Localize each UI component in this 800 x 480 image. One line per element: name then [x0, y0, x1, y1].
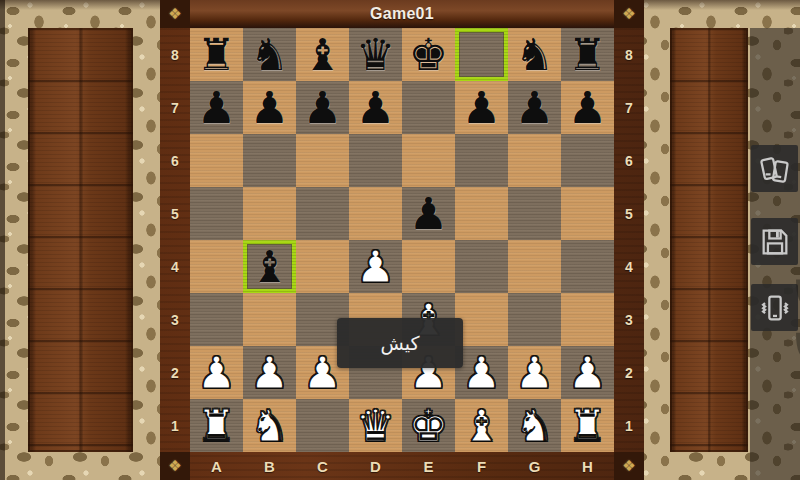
square-a1[interactable]: ♜	[190, 399, 243, 452]
piece-black-pawn-f7: ♟	[455, 81, 508, 134]
rank-label-right-4: 4	[614, 240, 644, 293]
square-c8[interactable]: ♝	[296, 28, 349, 81]
square-c5[interactable]	[296, 187, 349, 240]
square-b6[interactable]	[243, 134, 296, 187]
file-label-C: C	[296, 452, 349, 480]
square-b3[interactable]	[243, 293, 296, 346]
rank-label-left-1: 1	[160, 399, 190, 452]
frame-ornament-top-left: ❖	[160, 0, 190, 28]
rank-label-left-5: 5	[160, 187, 190, 240]
square-d7[interactable]: ♟	[349, 81, 402, 134]
square-f5[interactable]	[455, 187, 508, 240]
piece-white-pawn-g2: ♟	[508, 346, 561, 399]
piece-white-bishop-f1: ♝	[455, 399, 508, 452]
square-c1[interactable]	[296, 399, 349, 452]
rank-label-right-7: 7	[614, 81, 644, 134]
left-wood-panel	[28, 28, 133, 452]
chess-board: ♜♞♝♛♚♞♜♟♟♟♟♟♟♟♟♝♟♝♟♟♟♟♟♟♟♜♞♛♚♝♞♜	[190, 28, 614, 452]
piece-black-pawn-h7: ♟	[561, 81, 614, 134]
check-toast-text: کیش	[381, 332, 420, 354]
piece-white-pawn-b2: ♟	[243, 346, 296, 399]
piece-black-pawn-g7: ♟	[508, 81, 561, 134]
square-b1[interactable]: ♞	[243, 399, 296, 452]
piece-black-bishop-c8: ♝	[296, 28, 349, 81]
square-h4[interactable]	[561, 240, 614, 293]
save-icon	[758, 225, 792, 259]
rank-label-right-8: 8	[614, 28, 644, 81]
square-b5[interactable]	[243, 187, 296, 240]
square-e1[interactable]: ♚	[402, 399, 455, 452]
square-f4[interactable]	[455, 240, 508, 293]
save-button[interactable]	[751, 218, 798, 265]
square-g5[interactable]	[508, 187, 561, 240]
piece-white-rook-a1: ♜	[190, 399, 243, 452]
square-e6[interactable]	[402, 134, 455, 187]
square-a5[interactable]	[190, 187, 243, 240]
file-label-F: F	[455, 452, 508, 480]
piece-white-king-e1: ♚	[402, 399, 455, 452]
square-c7[interactable]: ♟	[296, 81, 349, 134]
file-label-A: A	[190, 452, 243, 480]
rank-label-right-6: 6	[614, 134, 644, 187]
file-label-G: G	[508, 452, 561, 480]
piece-black-bishop-b4: ♝	[243, 240, 296, 293]
rank-label-left-6: 6	[160, 134, 190, 187]
title-bar: Game01	[160, 0, 644, 28]
square-b4[interactable]: ♝	[243, 240, 296, 293]
piece-black-rook-h8: ♜	[561, 28, 614, 81]
square-a6[interactable]	[190, 134, 243, 187]
square-h5[interactable]	[561, 187, 614, 240]
square-b2[interactable]: ♟	[243, 346, 296, 399]
piece-white-rook-h1: ♜	[561, 399, 614, 452]
file-label-E: E	[402, 452, 455, 480]
piece-white-pawn-h2: ♟	[561, 346, 614, 399]
square-g2[interactable]: ♟	[508, 346, 561, 399]
piece-white-queen-d1: ♛	[349, 399, 402, 452]
square-a8[interactable]: ♜	[190, 28, 243, 81]
square-d1[interactable]: ♛	[349, 399, 402, 452]
piece-white-knight-g1: ♞	[508, 399, 561, 452]
square-d6[interactable]	[349, 134, 402, 187]
square-e7[interactable]	[402, 81, 455, 134]
piece-white-pawn-d4: ♟	[349, 240, 402, 293]
square-a3[interactable]	[190, 293, 243, 346]
frame-ornament-top-right: ❖	[614, 0, 644, 28]
piece-black-knight-b8: ♞	[243, 28, 296, 81]
rank-label-right-5: 5	[614, 187, 644, 240]
square-f7[interactable]: ♟	[455, 81, 508, 134]
square-b8[interactable]: ♞	[243, 28, 296, 81]
rank-labels-left: 87654321	[160, 28, 190, 452]
square-d5[interactable]	[349, 187, 402, 240]
rank-label-right-2: 2	[614, 346, 644, 399]
rank-label-left-4: 4	[160, 240, 190, 293]
square-c4[interactable]	[296, 240, 349, 293]
file-label-B: B	[243, 452, 296, 480]
square-e5[interactable]: ♟	[402, 187, 455, 240]
square-g4[interactable]	[508, 240, 561, 293]
square-g8[interactable]: ♞	[508, 28, 561, 81]
frame-ornament-bottom-left: ❖	[160, 452, 190, 480]
square-e8[interactable]: ♚	[402, 28, 455, 81]
square-b7[interactable]: ♟	[243, 81, 296, 134]
two-phones-button[interactable]	[751, 145, 798, 192]
frame-ornament-bottom-right: ❖	[614, 452, 644, 480]
square-d8[interactable]: ♛	[349, 28, 402, 81]
square-h1[interactable]: ♜	[561, 399, 614, 452]
square-h7[interactable]: ♟	[561, 81, 614, 134]
square-g3[interactable]	[508, 293, 561, 346]
rank-label-left-7: 7	[160, 81, 190, 134]
square-h6[interactable]	[561, 134, 614, 187]
piece-white-knight-b1: ♞	[243, 399, 296, 452]
square-e4[interactable]	[402, 240, 455, 293]
piece-black-king-e8: ♚	[402, 28, 455, 81]
square-c6[interactable]	[296, 134, 349, 187]
rank-label-right-1: 1	[614, 399, 644, 452]
piece-black-pawn-e5: ♟	[402, 187, 455, 240]
square-f6[interactable]	[455, 134, 508, 187]
rank-labels-right: 87654321	[614, 28, 644, 452]
square-f8[interactable]	[455, 28, 508, 81]
rank-label-right-3: 3	[614, 293, 644, 346]
vibrate-button[interactable]	[751, 284, 798, 331]
file-labels: ABCDEFGH	[190, 452, 614, 480]
check-toast: کیش	[337, 318, 463, 368]
square-a2[interactable]: ♟	[190, 346, 243, 399]
file-label-D: D	[349, 452, 402, 480]
piece-black-pawn-b7: ♟	[243, 81, 296, 134]
square-d4[interactable]: ♟	[349, 240, 402, 293]
square-f1[interactable]: ♝	[455, 399, 508, 452]
piece-black-rook-a8: ♜	[190, 28, 243, 81]
piece-white-pawn-a2: ♟	[190, 346, 243, 399]
square-g6[interactable]	[508, 134, 561, 187]
square-g7[interactable]: ♟	[508, 81, 561, 134]
square-a7[interactable]: ♟	[190, 81, 243, 134]
piece-black-queen-d8: ♛	[349, 28, 402, 81]
rank-label-left-2: 2	[160, 346, 190, 399]
rank-label-left-8: 8	[160, 28, 190, 81]
square-h2[interactable]: ♟	[561, 346, 614, 399]
rank-label-left-3: 3	[160, 293, 190, 346]
piece-black-pawn-a7: ♟	[190, 81, 243, 134]
vibrate-icon	[758, 291, 792, 325]
square-a4[interactable]	[190, 240, 243, 293]
piece-black-pawn-c7: ♟	[296, 81, 349, 134]
piece-black-knight-g8: ♞	[508, 28, 561, 81]
file-label-H: H	[561, 452, 614, 480]
piece-black-pawn-d7: ♟	[349, 81, 402, 134]
square-h3[interactable]	[561, 293, 614, 346]
right-wood-panel	[670, 28, 748, 452]
game-title: Game01	[370, 5, 434, 23]
square-g1[interactable]: ♞	[508, 399, 561, 452]
square-h8[interactable]: ♜	[561, 28, 614, 81]
two-phones-icon	[758, 152, 792, 186]
